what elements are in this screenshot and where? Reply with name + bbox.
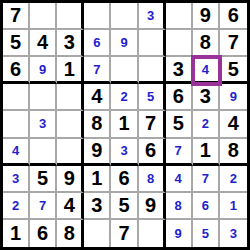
cell-r2c5[interactable]: 9: [111, 30, 138, 57]
cell-r9c8[interactable]: 5: [193, 220, 220, 247]
cell-r1c2[interactable]: [30, 3, 57, 30]
cell-r4c4[interactable]: 4: [84, 84, 111, 111]
cell-r6c2[interactable]: [30, 139, 57, 166]
cell-r3c8[interactable]: 4: [193, 57, 220, 84]
cell-r5c5[interactable]: 1: [111, 111, 138, 138]
cell-r7c4[interactable]: 1: [84, 166, 111, 193]
cell-r2c1[interactable]: 5: [3, 30, 30, 57]
cell-r1c1[interactable]: 7: [3, 3, 30, 30]
cell-r4c2[interactable]: [30, 84, 57, 111]
cell-r5c3[interactable]: [57, 111, 84, 138]
cell-r4c9[interactable]: 9: [220, 84, 247, 111]
cell-r6c7[interactable]: 7: [166, 139, 193, 166]
cell-r2c7[interactable]: [166, 30, 193, 57]
cell-r9c7[interactable]: 9: [166, 220, 193, 247]
cell-r8c3[interactable]: 4: [57, 193, 84, 220]
cell-r8c1[interactable]: 2: [3, 193, 30, 220]
cell-r2c4[interactable]: 6: [84, 30, 111, 57]
cell-r2c9[interactable]: 7: [220, 30, 247, 57]
cell-r9c6[interactable]: [139, 220, 166, 247]
cell-r1c5[interactable]: [111, 3, 138, 30]
cell-r5c2[interactable]: 3: [30, 111, 57, 138]
cell-r8c9[interactable]: 1: [220, 193, 247, 220]
cell-r4c7[interactable]: 6: [166, 84, 193, 111]
cell-r9c4[interactable]: [84, 220, 111, 247]
cell-r4c3[interactable]: [57, 84, 84, 111]
cell-r3c2[interactable]: 9: [30, 57, 57, 84]
cell-r8c6[interactable]: 9: [139, 193, 166, 220]
cell-r9c2[interactable]: 6: [30, 220, 57, 247]
cell-r1c7[interactable]: [166, 3, 193, 30]
cell-r8c7[interactable]: 8: [166, 193, 193, 220]
cell-r7c1[interactable]: 3: [3, 166, 30, 193]
cell-r2c6[interactable]: [139, 30, 166, 57]
cell-r3c9[interactable]: 5: [220, 57, 247, 84]
cell-r3c6[interactable]: [139, 57, 166, 84]
cell-r6c5[interactable]: 3: [111, 139, 138, 166]
cell-r7c7[interactable]: 4: [166, 166, 193, 193]
cell-r7c9[interactable]: 2: [220, 166, 247, 193]
cell-r3c1[interactable]: 6: [3, 57, 30, 84]
cell-r5c9[interactable]: 4: [220, 111, 247, 138]
cell-r7c5[interactable]: 6: [111, 166, 138, 193]
cell-r1c3[interactable]: [57, 3, 84, 30]
cell-r3c3[interactable]: 1: [57, 57, 84, 84]
cell-r4c6[interactable]: 5: [139, 84, 166, 111]
cell-r1c6[interactable]: 3: [139, 3, 166, 30]
sudoku-board: 7396543698769173454256393817524493671835…: [0, 0, 250, 250]
cell-r9c1[interactable]: 1: [3, 220, 30, 247]
cell-r5c1[interactable]: [3, 111, 30, 138]
cell-r5c6[interactable]: 7: [139, 111, 166, 138]
cell-r1c8[interactable]: 9: [193, 3, 220, 30]
cell-r7c8[interactable]: 7: [193, 166, 220, 193]
cell-r3c4[interactable]: 7: [84, 57, 111, 84]
cell-r8c2[interactable]: 7: [30, 193, 57, 220]
cell-r3c7[interactable]: 3: [166, 57, 193, 84]
cell-r6c4[interactable]: 9: [84, 139, 111, 166]
cell-r8c5[interactable]: 5: [111, 193, 138, 220]
cell-r7c3[interactable]: 9: [57, 166, 84, 193]
cell-r4c1[interactable]: [3, 84, 30, 111]
cell-r9c5[interactable]: 7: [111, 220, 138, 247]
cell-r9c9[interactable]: 3: [220, 220, 247, 247]
cell-r9c3[interactable]: 8: [57, 220, 84, 247]
cell-r1c4[interactable]: [84, 3, 111, 30]
cell-r8c4[interactable]: 3: [84, 193, 111, 220]
cell-r6c6[interactable]: 6: [139, 139, 166, 166]
cell-r7c2[interactable]: 5: [30, 166, 57, 193]
cell-r8c8[interactable]: 6: [193, 193, 220, 220]
cell-r6c8[interactable]: 1: [193, 139, 220, 166]
cell-r6c9[interactable]: 8: [220, 139, 247, 166]
cell-r6c1[interactable]: 4: [3, 139, 30, 166]
cell-r4c8[interactable]: 3: [193, 84, 220, 111]
cell-r3c5[interactable]: [111, 57, 138, 84]
cell-r5c4[interactable]: 8: [84, 111, 111, 138]
cell-r6c3[interactable]: [57, 139, 84, 166]
cell-r2c2[interactable]: 4: [30, 30, 57, 57]
cell-r2c8[interactable]: 8: [193, 30, 220, 57]
cell-r2c3[interactable]: 3: [57, 30, 84, 57]
cell-r7c6[interactable]: 8: [139, 166, 166, 193]
cell-r5c8[interactable]: 2: [193, 111, 220, 138]
cell-r5c7[interactable]: 5: [166, 111, 193, 138]
cell-r4c5[interactable]: 2: [111, 84, 138, 111]
cell-r1c9[interactable]: 6: [220, 3, 247, 30]
